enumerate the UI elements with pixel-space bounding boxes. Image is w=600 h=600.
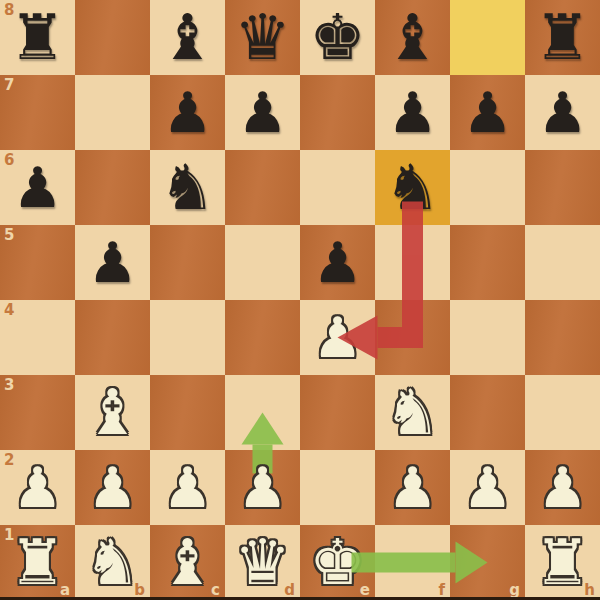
square-g6[interactable] (450, 150, 525, 225)
square-a7[interactable]: 7 (0, 75, 75, 150)
rank-label-3: 3 (4, 378, 14, 393)
square-b8[interactable] (75, 0, 150, 75)
square-d3[interactable] (225, 375, 300, 450)
piece-black-pawn-c7[interactable]: ♟ (150, 75, 225, 150)
piece-black-king-e8[interactable]: ♚ (300, 0, 375, 75)
piece-white-rook-a1[interactable]: ♜ (0, 525, 75, 600)
piece-black-pawn-h7[interactable]: ♟ (525, 75, 600, 150)
piece-white-pawn-f2[interactable]: ♟ (375, 450, 450, 525)
piece-white-pawn-c2[interactable]: ♟ (150, 450, 225, 525)
file-label-f: f (438, 583, 445, 598)
square-c3[interactable] (150, 375, 225, 450)
square-a5[interactable]: 5 (0, 225, 75, 300)
square-g5[interactable] (450, 225, 525, 300)
square-b7[interactable] (75, 75, 150, 150)
square-c4[interactable] (150, 300, 225, 375)
piece-white-queen-d1[interactable]: ♛ (225, 525, 300, 600)
rank-label-7: 7 (4, 78, 14, 93)
rank-label-5: 5 (4, 228, 14, 243)
piece-black-rook-h8[interactable]: ♜ (525, 0, 600, 75)
rank-label-4: 4 (4, 303, 14, 318)
piece-black-bishop-c8[interactable]: ♝ (150, 0, 225, 75)
square-g3[interactable] (450, 375, 525, 450)
square-e2[interactable] (300, 450, 375, 525)
piece-black-pawn-d7[interactable]: ♟ (225, 75, 300, 150)
square-g4[interactable] (450, 300, 525, 375)
square-h6[interactable] (525, 150, 600, 225)
piece-white-pawn-d2[interactable]: ♟ (225, 450, 300, 525)
piece-black-pawn-g7[interactable]: ♟ (450, 75, 525, 150)
square-e7[interactable] (300, 75, 375, 150)
piece-white-knight-f3[interactable]: ♞ (375, 375, 450, 450)
square-b6[interactable] (75, 150, 150, 225)
square-h5[interactable] (525, 225, 600, 300)
square-b4[interactable] (75, 300, 150, 375)
square-f1[interactable]: f (375, 525, 450, 600)
square-g8[interactable] (450, 0, 525, 75)
chess-board: 87654321abcdefgh ♜♝♛♚♝♜♟♟♟♟♟♟♞♞♟♟♟♝♞♟♟♟♟… (0, 0, 600, 600)
piece-black-queen-d8[interactable]: ♛ (225, 0, 300, 75)
piece-black-pawn-a6[interactable]: ♟ (0, 150, 75, 225)
piece-white-king-e1[interactable]: ♚ (300, 525, 375, 600)
piece-black-pawn-b5[interactable]: ♟ (75, 225, 150, 300)
piece-black-knight-f6[interactable]: ♞ (375, 150, 450, 225)
square-a4[interactable]: 4 (0, 300, 75, 375)
piece-white-pawn-h2[interactable]: ♟ (525, 450, 600, 525)
piece-white-pawn-b2[interactable]: ♟ (75, 450, 150, 525)
square-c5[interactable] (150, 225, 225, 300)
square-d5[interactable] (225, 225, 300, 300)
piece-black-knight-c6[interactable]: ♞ (150, 150, 225, 225)
piece-white-pawn-g2[interactable]: ♟ (450, 450, 525, 525)
piece-white-bishop-b3[interactable]: ♝ (75, 375, 150, 450)
piece-black-pawn-f7[interactable]: ♟ (375, 75, 450, 150)
square-e6[interactable] (300, 150, 375, 225)
piece-white-rook-h1[interactable]: ♜ (525, 525, 600, 600)
piece-white-knight-b1[interactable]: ♞ (75, 525, 150, 600)
piece-black-pawn-e5[interactable]: ♟ (300, 225, 375, 300)
square-f5[interactable] (375, 225, 450, 300)
square-g1[interactable]: g (450, 525, 525, 600)
file-label-g: g (509, 583, 520, 598)
square-h3[interactable] (525, 375, 600, 450)
piece-black-bishop-f8[interactable]: ♝ (375, 0, 450, 75)
square-f4[interactable] (375, 300, 450, 375)
square-a3[interactable]: 3 (0, 375, 75, 450)
square-d6[interactable] (225, 150, 300, 225)
piece-black-rook-a8[interactable]: ♜ (0, 0, 75, 75)
square-d4[interactable] (225, 300, 300, 375)
piece-white-bishop-c1[interactable]: ♝ (150, 525, 225, 600)
square-e3[interactable] (300, 375, 375, 450)
piece-white-pawn-e4[interactable]: ♟ (300, 300, 375, 375)
piece-white-pawn-a2[interactable]: ♟ (0, 450, 75, 525)
square-h4[interactable] (525, 300, 600, 375)
